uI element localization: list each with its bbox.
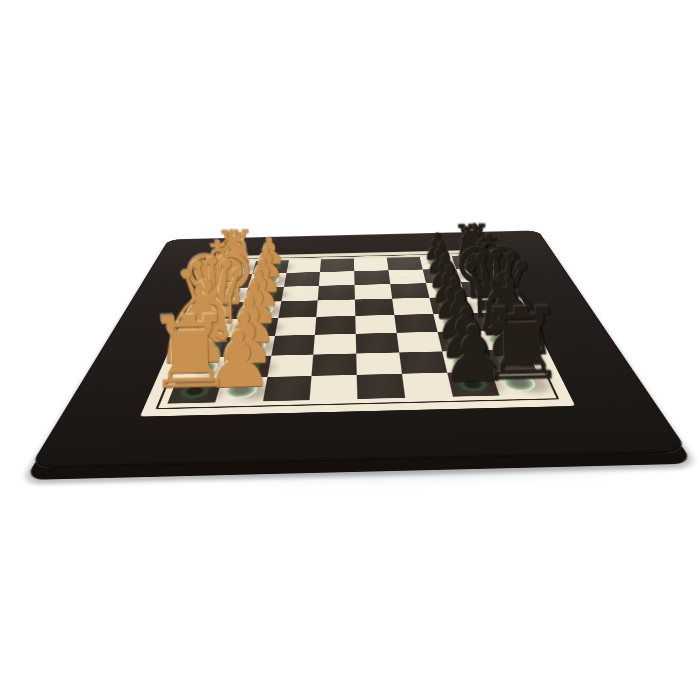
white-rook: ♜ bbox=[145, 302, 236, 403]
black-rook-cell: ♜ bbox=[492, 371, 548, 396]
chess-set-product-photo: ♜♞♝♛♚♝♞♜♟♟♟♟♟♟♟♟♟♟♟♟♟♟♟♟♜♞♝♛♚♝♞♜ bbox=[0, 0, 700, 700]
tilt-wrapper: ♜♞♝♛♚♝♞♜♟♟♟♟♟♟♟♟♟♟♟♟♟♟♟♟♜♞♝♛♚♝♞♜ bbox=[0, 0, 700, 700]
black-rook: ♜ bbox=[476, 294, 567, 395]
rook-glyph: ♜ bbox=[476, 294, 567, 395]
white-rook-cell: ♜ bbox=[167, 378, 222, 404]
rook-glyph: ♜ bbox=[145, 302, 236, 403]
chess-board: ♜♞♝♛♚♝♞♜♟♟♟♟♟♟♟♟♟♟♟♟♟♟♟♟♜♞♝♛♚♝♞♜ bbox=[29, 230, 689, 468]
